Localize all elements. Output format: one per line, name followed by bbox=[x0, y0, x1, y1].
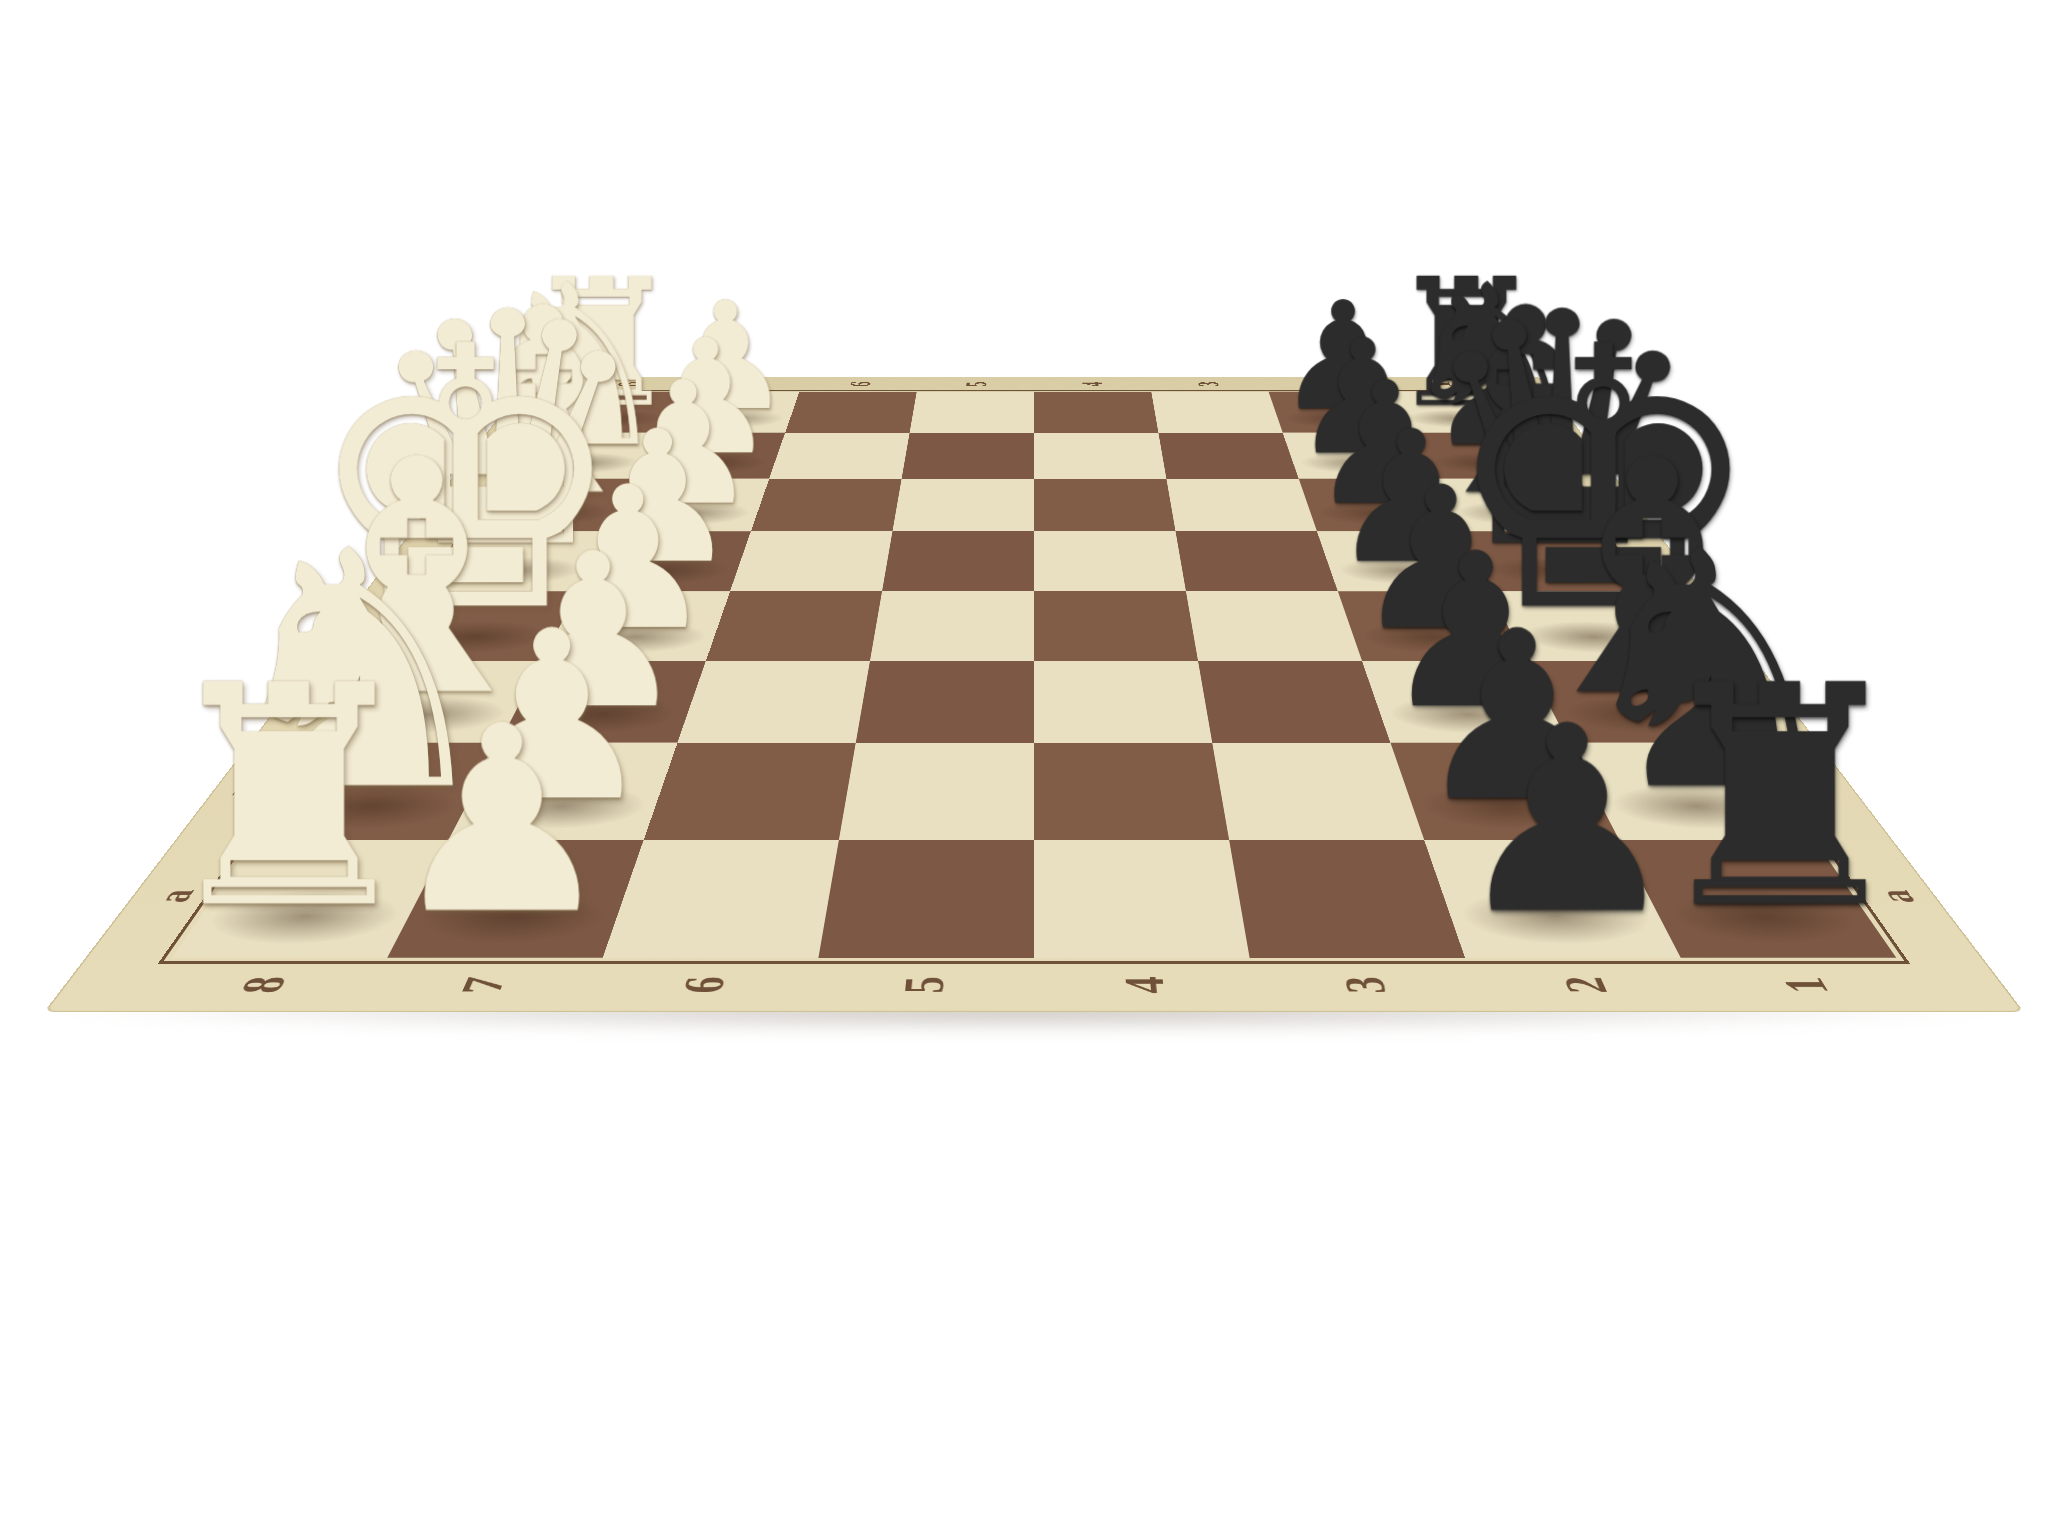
piece-white-pawn-a7: ♟ bbox=[386, 698, 617, 943]
rank-label-bottom-4: 4 bbox=[1034, 962, 1258, 1008]
square-a4 bbox=[1034, 840, 1250, 958]
rank-label-bottom-3: 3 bbox=[1250, 962, 1482, 1008]
square-g5 bbox=[902, 433, 1034, 479]
square-f4 bbox=[1034, 479, 1175, 531]
square-b6 bbox=[644, 743, 856, 840]
square-c3 bbox=[1198, 661, 1390, 743]
square-d3 bbox=[1186, 591, 1362, 661]
rank-label-bottom-6: 6 bbox=[585, 962, 817, 1008]
square-a5 bbox=[818, 840, 1034, 958]
square-b3 bbox=[1212, 743, 1424, 840]
square-g4 bbox=[1034, 433, 1166, 479]
square-h4 bbox=[1034, 392, 1158, 433]
square-c6 bbox=[678, 661, 870, 743]
square-a2: ♟ bbox=[1424, 840, 1680, 958]
chess-board: ♜♟♟♜♞♟♟♞♝♟♟♝♛♟♟♛♚♟♟♚♝♟♟♝♞♟♟♞♜♟♟♜ bbox=[172, 392, 1897, 958]
square-h6 bbox=[785, 392, 916, 433]
rank-label-top-6: 6 bbox=[800, 378, 919, 391]
square-c4 bbox=[1034, 661, 1212, 743]
square-d6 bbox=[706, 591, 882, 661]
piece-black-pawn-a2: ♟ bbox=[1451, 698, 1682, 943]
rank-label-bottom-1: 1 bbox=[1683, 962, 1931, 1008]
square-b4 bbox=[1034, 743, 1229, 840]
square-f3 bbox=[1166, 479, 1317, 531]
rank-label-bottom-7: 7 bbox=[361, 962, 601, 1008]
square-d5 bbox=[870, 591, 1034, 661]
rank-label-top-3: 3 bbox=[1149, 378, 1268, 391]
rank-label-bottom-8: 8 bbox=[137, 962, 385, 1008]
square-f5 bbox=[893, 479, 1034, 531]
square-e6 bbox=[730, 531, 892, 591]
board-scene: ♜♟♟♜♞♟♟♞♝♟♟♝♛♟♟♛♚♟♟♚♝♟♟♝♞♟♟♞♜♟♟♜ 8765432… bbox=[44, 377, 2024, 1012]
rank-label-top-4: 4 bbox=[1034, 378, 1151, 391]
square-h3 bbox=[1151, 392, 1282, 433]
square-h5 bbox=[910, 392, 1034, 433]
rank-label-top-5: 5 bbox=[917, 378, 1034, 391]
square-d4 bbox=[1034, 591, 1198, 661]
square-f6 bbox=[751, 479, 902, 531]
square-c5 bbox=[856, 661, 1034, 743]
square-e4 bbox=[1034, 531, 1186, 591]
square-e5 bbox=[882, 531, 1034, 591]
product-photo-stage: ♜♟♟♜♞♟♟♞♝♟♟♝♛♟♟♛♚♟♟♚♝♟♟♝♞♟♟♞♜♟♟♜ 8765432… bbox=[0, 0, 2048, 1535]
square-a7: ♟ bbox=[387, 840, 643, 958]
rank-label-bottom-5: 5 bbox=[810, 962, 1034, 1008]
rank-label-bottom-2: 2 bbox=[1467, 962, 1707, 1008]
square-g6 bbox=[769, 433, 909, 479]
square-a3 bbox=[1229, 840, 1465, 958]
square-g3 bbox=[1158, 433, 1298, 479]
square-e3 bbox=[1175, 531, 1337, 591]
square-a6 bbox=[603, 840, 839, 958]
square-b5 bbox=[839, 743, 1034, 840]
vinyl-chess-mat: ♜♟♟♜♞♟♟♞♝♟♟♝♛♟♟♛♚♟♟♚♝♟♟♝♞♟♟♞♜♟♟♜ 8765432… bbox=[44, 377, 2024, 1012]
